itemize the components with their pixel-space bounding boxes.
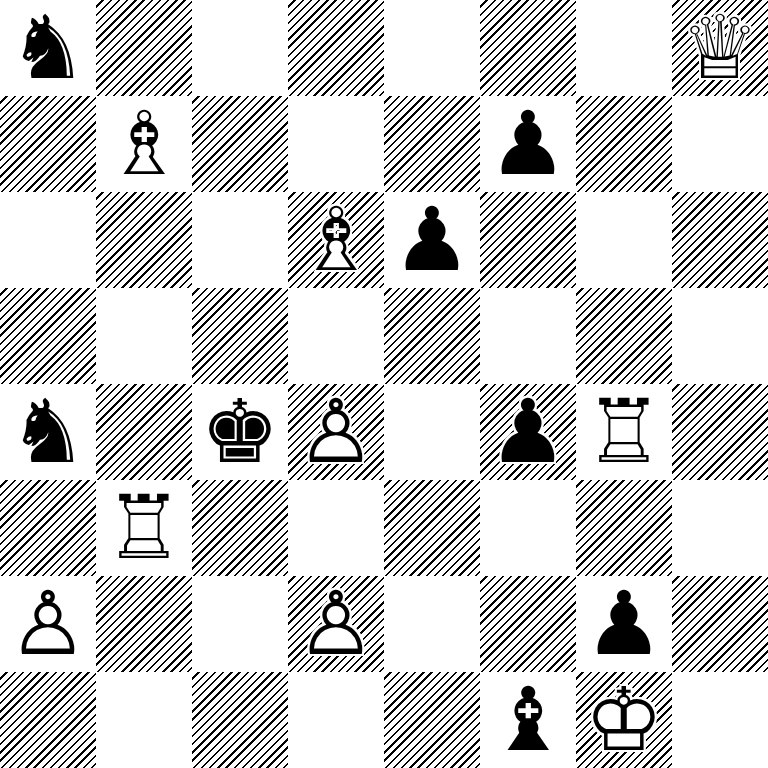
square-d1[interactable] (288, 672, 384, 768)
piece-black-pawn: ♟ (480, 96, 576, 192)
piece-black-knight: ♞ (0, 384, 96, 480)
square-e3[interactable] (384, 480, 480, 576)
square-f5[interactable] (480, 288, 576, 384)
square-h4[interactable] (672, 384, 768, 480)
square-b2[interactable] (96, 576, 192, 672)
square-e5[interactable] (384, 288, 480, 384)
square-e4[interactable] (384, 384, 480, 480)
piece-white-rook: ♖ (576, 384, 672, 480)
square-a8[interactable]: ♞♞ (0, 0, 96, 96)
square-g5[interactable] (576, 288, 672, 384)
square-g7[interactable] (576, 96, 672, 192)
square-b4[interactable] (96, 384, 192, 480)
square-f7[interactable]: ♟♟ (480, 96, 576, 192)
square-h2[interactable] (672, 576, 768, 672)
square-d2[interactable]: ♟♙ (288, 576, 384, 672)
piece-black-pawn: ♟ (480, 384, 576, 480)
piece-white-pawn: ♙ (0, 576, 96, 672)
square-c1[interactable] (192, 672, 288, 768)
square-h6[interactable] (672, 192, 768, 288)
square-c2[interactable] (192, 576, 288, 672)
square-h3[interactable] (672, 480, 768, 576)
square-b3[interactable]: ♜♖ (96, 480, 192, 576)
piece-black-bishop: ♝ (480, 672, 576, 768)
square-h7[interactable] (672, 96, 768, 192)
square-e7[interactable] (384, 96, 480, 192)
piece-black-pawn: ♟ (576, 576, 672, 672)
square-a3[interactable] (0, 480, 96, 576)
piece-black-pawn: ♟ (384, 192, 480, 288)
piece-white-pawn: ♙ (288, 576, 384, 672)
piece-white-pawn: ♙ (288, 384, 384, 480)
square-g2[interactable]: ♟♟ (576, 576, 672, 672)
piece-white-bishop: ♗ (96, 96, 192, 192)
square-f8[interactable] (480, 0, 576, 96)
square-b7[interactable]: ♝♗ (96, 96, 192, 192)
square-f4[interactable]: ♟♟ (480, 384, 576, 480)
square-b5[interactable] (96, 288, 192, 384)
square-c5[interactable] (192, 288, 288, 384)
square-a4[interactable]: ♞♞ (0, 384, 96, 480)
square-e8[interactable] (384, 0, 480, 96)
square-f1[interactable]: ♝♝ (480, 672, 576, 768)
square-d3[interactable] (288, 480, 384, 576)
square-c4[interactable]: ♚♚ (192, 384, 288, 480)
square-g3[interactable] (576, 480, 672, 576)
piece-white-rook: ♖ (96, 480, 192, 576)
square-c6[interactable] (192, 192, 288, 288)
square-f3[interactable] (480, 480, 576, 576)
square-a1[interactable] (0, 672, 96, 768)
square-e6[interactable]: ♟♟ (384, 192, 480, 288)
square-h1[interactable] (672, 672, 768, 768)
square-h5[interactable] (672, 288, 768, 384)
square-c7[interactable] (192, 96, 288, 192)
square-c8[interactable] (192, 0, 288, 96)
square-b1[interactable] (96, 672, 192, 768)
square-a5[interactable] (0, 288, 96, 384)
piece-white-king: ♔ (576, 672, 672, 768)
piece-white-bishop: ♗ (288, 192, 384, 288)
square-e1[interactable] (384, 672, 480, 768)
square-d4[interactable]: ♟♙ (288, 384, 384, 480)
square-a6[interactable] (0, 192, 96, 288)
square-d7[interactable] (288, 96, 384, 192)
square-d6[interactable]: ♝♗ (288, 192, 384, 288)
piece-white-queen: ♕ (672, 0, 768, 96)
square-g1[interactable]: ♚♔ (576, 672, 672, 768)
square-g4[interactable]: ♜♖ (576, 384, 672, 480)
square-b6[interactable] (96, 192, 192, 288)
square-d8[interactable] (288, 0, 384, 96)
square-f6[interactable] (480, 192, 576, 288)
piece-black-king: ♚ (192, 384, 288, 480)
square-a7[interactable] (0, 96, 96, 192)
chess-board: ♞♞♛♕♝♗♟♟♝♗♟♟♞♞♚♚♟♙♟♟♜♖♜♖♟♙♟♙♟♟♝♝♚♔ (0, 0, 768, 768)
square-d5[interactable] (288, 288, 384, 384)
square-g6[interactable] (576, 192, 672, 288)
square-e2[interactable] (384, 576, 480, 672)
square-f2[interactable] (480, 576, 576, 672)
square-a2[interactable]: ♟♙ (0, 576, 96, 672)
piece-black-knight: ♞ (0, 0, 96, 96)
square-h8[interactable]: ♛♕ (672, 0, 768, 96)
square-g8[interactable] (576, 0, 672, 96)
square-c3[interactable] (192, 480, 288, 576)
square-b8[interactable] (96, 0, 192, 96)
